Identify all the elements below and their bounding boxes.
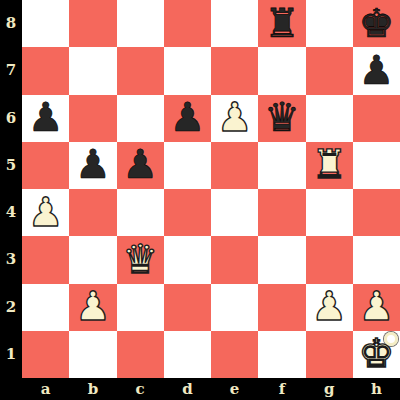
square-c3[interactable]: ♛: [117, 236, 164, 283]
square-d8[interactable]: [164, 0, 211, 47]
square-d7[interactable]: [164, 47, 211, 94]
square-f1[interactable]: [258, 331, 305, 378]
square-g3[interactable]: [306, 236, 353, 283]
square-h1[interactable]: ♚: [353, 331, 400, 378]
piece-black-pawn[interactable]: ♟: [169, 97, 205, 137]
piece-white-pawn[interactable]: ♟: [217, 97, 253, 137]
chess-board: ♜♚♟♟♟♟♛♟♟♜♟♛♟♟♟♚: [22, 0, 400, 378]
square-e8[interactable]: [211, 0, 258, 47]
square-f7[interactable]: [258, 47, 305, 94]
piece-black-pawn[interactable]: ♟: [122, 144, 158, 184]
file-label-b: b: [69, 378, 116, 400]
piece-white-queen[interactable]: ♛: [122, 239, 158, 279]
piece-white-pawn[interactable]: ♟: [28, 192, 64, 232]
file-label-g: g: [306, 378, 353, 400]
square-e7[interactable]: [211, 47, 258, 94]
file-label-h: h: [353, 378, 400, 400]
square-h4[interactable]: [353, 189, 400, 236]
square-b3[interactable]: [69, 236, 116, 283]
rank-label-2: 2: [0, 284, 22, 331]
square-b5[interactable]: ♟: [69, 142, 116, 189]
square-a6[interactable]: ♟: [22, 95, 69, 142]
piece-white-pawn[interactable]: ♟: [358, 286, 394, 326]
piece-white-pawn[interactable]: ♟: [75, 286, 111, 326]
rank-label-3: 3: [0, 236, 22, 283]
square-h5[interactable]: [353, 142, 400, 189]
rank-labels: 87654321: [0, 0, 22, 378]
square-f4[interactable]: [258, 189, 305, 236]
file-label-d: d: [164, 378, 211, 400]
square-a2[interactable]: [22, 284, 69, 331]
square-g5[interactable]: ♜: [306, 142, 353, 189]
square-g7[interactable]: [306, 47, 353, 94]
square-a1[interactable]: [22, 331, 69, 378]
square-a3[interactable]: [22, 236, 69, 283]
square-g8[interactable]: [306, 0, 353, 47]
square-d6[interactable]: ♟: [164, 95, 211, 142]
piece-white-pawn[interactable]: ♟: [311, 286, 347, 326]
square-c4[interactable]: [117, 189, 164, 236]
square-g6[interactable]: [306, 95, 353, 142]
square-e3[interactable]: [211, 236, 258, 283]
rank-label-6: 6: [0, 95, 22, 142]
square-e1[interactable]: [211, 331, 258, 378]
rank-label-7: 7: [0, 47, 22, 94]
file-label-e: e: [211, 378, 258, 400]
square-h3[interactable]: [353, 236, 400, 283]
piece-black-pawn[interactable]: ♟: [358, 50, 394, 90]
square-d5[interactable]: [164, 142, 211, 189]
rank-label-5: 5: [0, 142, 22, 189]
square-f6[interactable]: ♛: [258, 95, 305, 142]
square-b6[interactable]: [69, 95, 116, 142]
square-e6[interactable]: ♟: [211, 95, 258, 142]
rank-label-1: 1: [0, 331, 22, 378]
square-c6[interactable]: [117, 95, 164, 142]
square-f8[interactable]: ♜: [258, 0, 305, 47]
square-b4[interactable]: [69, 189, 116, 236]
square-a8[interactable]: [22, 0, 69, 47]
square-e2[interactable]: [211, 284, 258, 331]
square-g2[interactable]: ♟: [306, 284, 353, 331]
rank-label-4: 4: [0, 189, 22, 236]
square-d2[interactable]: [164, 284, 211, 331]
piece-black-queen[interactable]: ♛: [264, 97, 300, 137]
piece-black-rook[interactable]: ♜: [264, 3, 300, 43]
square-h7[interactable]: ♟: [353, 47, 400, 94]
square-c7[interactable]: [117, 47, 164, 94]
chess-diagram: 87654321 ♜♚♟♟♟♟♛♟♟♜♟♛♟♟♟♚ abcdefgh: [0, 0, 400, 400]
square-a4[interactable]: ♟: [22, 189, 69, 236]
piece-black-pawn[interactable]: ♟: [75, 144, 111, 184]
file-labels: abcdefgh: [22, 378, 400, 400]
square-f2[interactable]: [258, 284, 305, 331]
piece-white-rook[interactable]: ♜: [311, 144, 347, 184]
square-g4[interactable]: [306, 189, 353, 236]
file-label-a: a: [22, 378, 69, 400]
square-b1[interactable]: [69, 331, 116, 378]
square-d1[interactable]: [164, 331, 211, 378]
square-a5[interactable]: [22, 142, 69, 189]
square-b2[interactable]: ♟: [69, 284, 116, 331]
square-d4[interactable]: [164, 189, 211, 236]
rank-label-8: 8: [0, 0, 22, 47]
square-h6[interactable]: [353, 95, 400, 142]
square-f5[interactable]: [258, 142, 305, 189]
piece-black-king[interactable]: ♚: [358, 3, 394, 43]
square-c8[interactable]: [117, 0, 164, 47]
square-f3[interactable]: [258, 236, 305, 283]
file-label-c: c: [117, 378, 164, 400]
square-c5[interactable]: ♟: [117, 142, 164, 189]
square-g1[interactable]: [306, 331, 353, 378]
piece-black-pawn[interactable]: ♟: [28, 97, 64, 137]
square-h2[interactable]: ♟: [353, 284, 400, 331]
square-c2[interactable]: [117, 284, 164, 331]
square-c1[interactable]: [117, 331, 164, 378]
square-b8[interactable]: [69, 0, 116, 47]
square-e4[interactable]: [211, 189, 258, 236]
square-e5[interactable]: [211, 142, 258, 189]
square-h8[interactable]: ♚: [353, 0, 400, 47]
file-label-f: f: [258, 378, 305, 400]
square-d3[interactable]: [164, 236, 211, 283]
square-a7[interactable]: [22, 47, 69, 94]
square-b7[interactable]: [69, 47, 116, 94]
side-to-move-indicator: [384, 332, 398, 346]
